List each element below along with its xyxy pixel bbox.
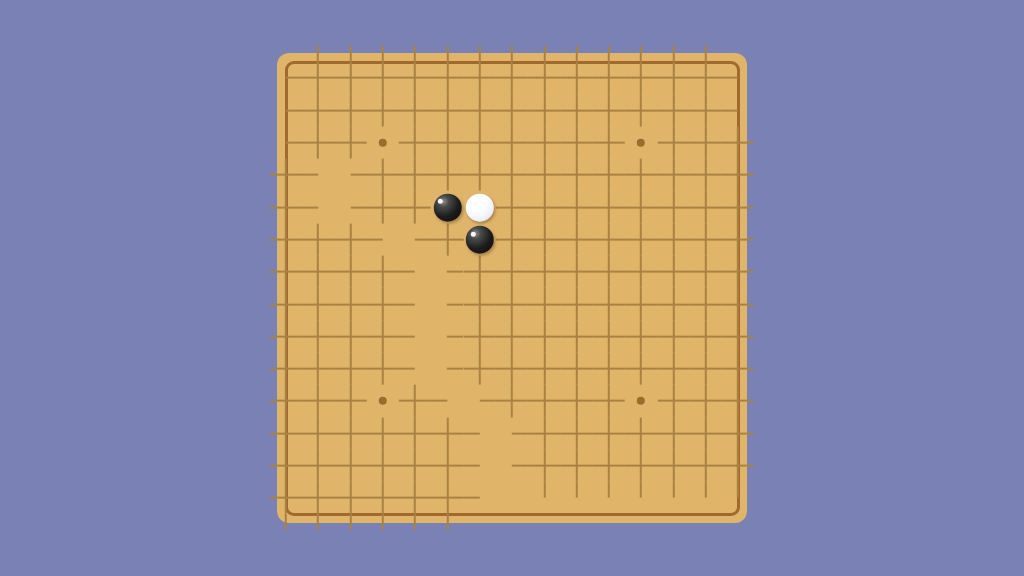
board-intersection[interactable] xyxy=(593,159,625,191)
board-intersection[interactable] xyxy=(464,256,496,288)
board-intersection[interactable] xyxy=(399,256,431,288)
board-intersection[interactable] xyxy=(334,320,366,352)
board-intersection[interactable] xyxy=(464,288,496,320)
board-intersection[interactable] xyxy=(367,30,399,62)
board-intersection[interactable] xyxy=(560,449,592,481)
board-intersection[interactable] xyxy=(496,288,528,320)
board-intersection[interactable] xyxy=(528,320,560,352)
board-intersection[interactable] xyxy=(528,449,560,481)
board-intersection[interactable] xyxy=(464,62,496,94)
black-stone xyxy=(433,193,461,221)
board-intersection[interactable] xyxy=(560,385,592,417)
star-point xyxy=(379,397,387,405)
board-intersection[interactable] xyxy=(528,223,560,255)
board-intersection[interactable] xyxy=(431,127,463,159)
board-intersection[interactable] xyxy=(399,514,431,546)
board-intersection[interactable] xyxy=(593,62,625,94)
board-intersection[interactable] xyxy=(528,94,560,126)
board-intersection[interactable] xyxy=(270,191,302,223)
star-point xyxy=(379,139,387,147)
board-intersection[interactable] xyxy=(657,353,689,385)
board-intersection[interactable] xyxy=(722,449,754,481)
board-intersection[interactable] xyxy=(722,353,754,385)
board-intersection[interactable] xyxy=(270,320,302,352)
board-intersection[interactable] xyxy=(334,417,366,449)
board-intersection[interactable] xyxy=(464,417,496,449)
board-intersection[interactable] xyxy=(625,30,657,62)
board-intersection[interactable] xyxy=(399,385,431,417)
board-intersection[interactable] xyxy=(464,320,496,352)
board-intersection[interactable] xyxy=(690,127,722,159)
board-intersection[interactable] xyxy=(334,223,366,255)
board-intersection[interactable] xyxy=(657,62,689,94)
board-intersection[interactable] xyxy=(625,94,657,126)
board-intersection[interactable] xyxy=(302,417,334,449)
board-intersection[interactable] xyxy=(593,256,625,288)
board-intersection[interactable] xyxy=(560,191,592,223)
board-intersection[interactable] xyxy=(722,320,754,352)
board-intersection[interactable] xyxy=(302,320,334,352)
board-intersection[interactable] xyxy=(690,417,722,449)
board-intersection[interactable] xyxy=(399,127,431,159)
board-intersection[interactable] xyxy=(464,159,496,191)
board-intersection[interactable] xyxy=(431,223,463,255)
board-intersection[interactable] xyxy=(625,288,657,320)
board-intersection[interactable] xyxy=(302,127,334,159)
board-intersection[interactable] xyxy=(657,256,689,288)
board-intersection[interactable] xyxy=(625,159,657,191)
board-intersection[interactable] xyxy=(464,449,496,481)
board-intersection[interactable] xyxy=(593,482,625,514)
board-intersection[interactable] xyxy=(593,191,625,223)
board-intersection[interactable] xyxy=(334,482,366,514)
board-intersection[interactable] xyxy=(431,514,463,546)
board-intersection[interactable] xyxy=(560,417,592,449)
board-intersection[interactable] xyxy=(496,159,528,191)
board-intersection[interactable] xyxy=(431,320,463,352)
board-intersection[interactable] xyxy=(367,94,399,126)
board-intersection[interactable] xyxy=(399,353,431,385)
board-intersection[interactable] xyxy=(431,288,463,320)
board-intersection[interactable] xyxy=(302,385,334,417)
board-intersection[interactable] xyxy=(657,159,689,191)
board-intersection[interactable] xyxy=(528,191,560,223)
board-intersection[interactable] xyxy=(593,288,625,320)
board-intersection[interactable] xyxy=(399,62,431,94)
board-intersection[interactable] xyxy=(367,320,399,352)
board-intersection[interactable] xyxy=(464,127,496,159)
board-intersection[interactable] xyxy=(625,449,657,481)
board-intersection[interactable] xyxy=(302,288,334,320)
board-intersection[interactable] xyxy=(560,256,592,288)
board-intersection[interactable] xyxy=(560,94,592,126)
board-intersection[interactable] xyxy=(399,223,431,255)
board-intersection[interactable] xyxy=(496,320,528,352)
board-intersection[interactable] xyxy=(399,94,431,126)
board-intersection[interactable] xyxy=(690,30,722,62)
board-intersection[interactable] xyxy=(431,94,463,126)
board-intersection[interactable] xyxy=(593,30,625,62)
board-intersection[interactable] xyxy=(302,94,334,126)
board-intersection[interactable] xyxy=(270,482,302,514)
black-stone xyxy=(466,226,494,254)
board-intersection[interactable] xyxy=(496,449,528,481)
board-intersection[interactable] xyxy=(431,30,463,62)
board-intersection[interactable] xyxy=(302,449,334,481)
board-intersection[interactable] xyxy=(367,159,399,191)
board-intersection[interactable] xyxy=(722,94,754,126)
board-intersection[interactable] xyxy=(367,417,399,449)
board-intersection[interactable] xyxy=(399,288,431,320)
board-intersection[interactable] xyxy=(334,127,366,159)
board-intersection[interactable] xyxy=(625,353,657,385)
go-board[interactable] xyxy=(277,53,747,523)
board-intersection[interactable] xyxy=(690,94,722,126)
board-intersection[interactable] xyxy=(560,353,592,385)
board-intersection[interactable] xyxy=(367,449,399,481)
board-intersection[interactable] xyxy=(464,385,496,417)
board-intersection[interactable] xyxy=(270,449,302,481)
board-intersection[interactable] xyxy=(657,127,689,159)
board-intersection[interactable] xyxy=(399,191,431,223)
board-intersection[interactable] xyxy=(464,482,496,514)
board-intersection[interactable] xyxy=(464,514,496,546)
board-intersection[interactable] xyxy=(690,449,722,481)
board-intersection[interactable] xyxy=(690,288,722,320)
board-intersection[interactable] xyxy=(722,62,754,94)
board-intersection[interactable] xyxy=(270,353,302,385)
board-intersection[interactable] xyxy=(367,482,399,514)
board-intersection[interactable] xyxy=(270,256,302,288)
board-intersection[interactable] xyxy=(464,30,496,62)
board-intersection[interactable] xyxy=(496,417,528,449)
board-intersection[interactable] xyxy=(334,62,366,94)
board-intersection[interactable] xyxy=(367,62,399,94)
board-intersection[interactable] xyxy=(302,482,334,514)
board-intersection[interactable] xyxy=(334,159,366,191)
board-intersection[interactable] xyxy=(690,385,722,417)
star-point xyxy=(637,139,645,147)
board-intersection[interactable] xyxy=(431,353,463,385)
board-intersection[interactable] xyxy=(399,159,431,191)
board-intersection[interactable] xyxy=(657,449,689,481)
board-intersection[interactable] xyxy=(270,62,302,94)
board-intersection[interactable] xyxy=(690,320,722,352)
board-intersection[interactable] xyxy=(367,223,399,255)
board-intersection[interactable] xyxy=(722,256,754,288)
board-intersection[interactable] xyxy=(334,385,366,417)
board-intersection[interactable] xyxy=(496,191,528,223)
board-intersection[interactable] xyxy=(593,449,625,481)
board-intersection[interactable] xyxy=(560,288,592,320)
board-intersection[interactable] xyxy=(722,191,754,223)
board-intersection[interactable] xyxy=(270,514,302,546)
board-intersection[interactable] xyxy=(431,449,463,481)
board-intersection[interactable] xyxy=(560,62,592,94)
board-intersection[interactable] xyxy=(399,417,431,449)
board-intersection[interactable] xyxy=(302,223,334,255)
board-intersection[interactable] xyxy=(496,482,528,514)
board-intersection[interactable] xyxy=(431,256,463,288)
board-intersection[interactable] xyxy=(722,482,754,514)
board-intersection[interactable] xyxy=(528,256,560,288)
board-intersection[interactable] xyxy=(528,159,560,191)
board-intersection[interactable] xyxy=(399,482,431,514)
board-intersection[interactable] xyxy=(722,159,754,191)
board-intersection[interactable] xyxy=(334,30,366,62)
board-intersection[interactable] xyxy=(722,385,754,417)
board-intersection[interactable] xyxy=(690,191,722,223)
board-intersection[interactable] xyxy=(496,30,528,62)
board-intersection[interactable] xyxy=(270,127,302,159)
board-intersection[interactable] xyxy=(722,288,754,320)
board-intersection[interactable] xyxy=(399,320,431,352)
board-intersection[interactable] xyxy=(302,62,334,94)
board-intersection[interactable] xyxy=(528,417,560,449)
star-point xyxy=(637,397,645,405)
board-intersection[interactable] xyxy=(528,385,560,417)
board-intersection[interactable] xyxy=(657,320,689,352)
board-intersection[interactable] xyxy=(593,127,625,159)
board-intersection[interactable] xyxy=(657,482,689,514)
board-intersection[interactable] xyxy=(496,353,528,385)
board-intersection[interactable] xyxy=(528,353,560,385)
board-intersection[interactable] xyxy=(270,159,302,191)
board-intersection[interactable] xyxy=(722,417,754,449)
board-intersection[interactable] xyxy=(431,159,463,191)
board-intersection[interactable] xyxy=(593,320,625,352)
board-intersection[interactable] xyxy=(496,62,528,94)
board-intersection[interactable] xyxy=(625,191,657,223)
board-intersection[interactable] xyxy=(625,417,657,449)
board-intersection[interactable] xyxy=(625,256,657,288)
board-intersection[interactable] xyxy=(657,223,689,255)
board-intersection[interactable] xyxy=(593,353,625,385)
board-intersection[interactable] xyxy=(657,417,689,449)
board-intersection[interactable] xyxy=(625,223,657,255)
board-intersection[interactable] xyxy=(399,30,431,62)
board-intersection[interactable] xyxy=(270,288,302,320)
board-intersection[interactable] xyxy=(334,514,366,546)
board-intersection[interactable] xyxy=(334,288,366,320)
board-intersection[interactable] xyxy=(560,30,592,62)
board-intersection[interactable] xyxy=(302,353,334,385)
board-intersection[interactable] xyxy=(431,417,463,449)
board-intersection[interactable] xyxy=(593,385,625,417)
board-intersection[interactable] xyxy=(657,191,689,223)
board-intersection[interactable] xyxy=(690,256,722,288)
board-intersection[interactable] xyxy=(593,94,625,126)
board-intersection[interactable] xyxy=(657,288,689,320)
board-intersection[interactable] xyxy=(334,94,366,126)
board-intersection[interactable] xyxy=(270,417,302,449)
board-intersection[interactable] xyxy=(625,62,657,94)
board-intersection[interactable] xyxy=(464,94,496,126)
board-intersection[interactable] xyxy=(560,159,592,191)
go-board-grid[interactable] xyxy=(270,30,754,547)
board-intersection[interactable] xyxy=(528,482,560,514)
board-intersection[interactable] xyxy=(690,353,722,385)
board-intersection[interactable] xyxy=(302,159,334,191)
board-intersection[interactable] xyxy=(464,353,496,385)
board-intersection[interactable] xyxy=(334,353,366,385)
board-intersection[interactable] xyxy=(399,449,431,481)
board-intersection[interactable] xyxy=(560,223,592,255)
board-intersection[interactable] xyxy=(270,30,302,62)
board-intersection[interactable] xyxy=(593,417,625,449)
board-intersection[interactable] xyxy=(302,191,334,223)
board-intersection[interactable] xyxy=(528,127,560,159)
board-intersection[interactable] xyxy=(496,385,528,417)
board-intersection[interactable] xyxy=(334,256,366,288)
board-intersection[interactable] xyxy=(334,191,366,223)
board-intersection[interactable] xyxy=(270,385,302,417)
board-intersection[interactable] xyxy=(690,159,722,191)
board-intersection[interactable] xyxy=(593,223,625,255)
board-intersection[interactable] xyxy=(528,62,560,94)
board-intersection[interactable] xyxy=(690,223,722,255)
board-intersection[interactable] xyxy=(625,482,657,514)
board-intersection[interactable] xyxy=(657,385,689,417)
board-intersection[interactable] xyxy=(496,223,528,255)
white-stone xyxy=(466,193,494,221)
board-intersection[interactable] xyxy=(270,223,302,255)
board-intersection[interactable] xyxy=(657,30,689,62)
board-intersection[interactable] xyxy=(431,385,463,417)
board-intersection[interactable] xyxy=(367,256,399,288)
board-intersection[interactable] xyxy=(270,94,302,126)
board-intersection[interactable] xyxy=(496,256,528,288)
board-intersection[interactable] xyxy=(496,127,528,159)
board-intersection[interactable] xyxy=(722,30,754,62)
board-intersection[interactable] xyxy=(367,288,399,320)
board-intersection[interactable] xyxy=(367,191,399,223)
board-intersection[interactable] xyxy=(302,514,334,546)
board-intersection[interactable] xyxy=(657,94,689,126)
board-intersection[interactable] xyxy=(560,482,592,514)
board-intersection[interactable] xyxy=(722,223,754,255)
board-intersection[interactable] xyxy=(690,62,722,94)
board-intersection[interactable] xyxy=(690,482,722,514)
board-intersection[interactable] xyxy=(431,482,463,514)
board-intersection[interactable] xyxy=(367,353,399,385)
board-intersection[interactable] xyxy=(302,256,334,288)
board-intersection[interactable] xyxy=(625,320,657,352)
board-intersection[interactable] xyxy=(367,514,399,546)
board-intersection[interactable] xyxy=(560,127,592,159)
board-intersection[interactable] xyxy=(560,320,592,352)
board-intersection[interactable] xyxy=(528,288,560,320)
board-intersection[interactable] xyxy=(302,30,334,62)
board-intersection[interactable] xyxy=(722,127,754,159)
board-intersection[interactable] xyxy=(334,449,366,481)
board-intersection[interactable] xyxy=(431,62,463,94)
board-intersection[interactable] xyxy=(496,94,528,126)
board-intersection[interactable] xyxy=(528,30,560,62)
